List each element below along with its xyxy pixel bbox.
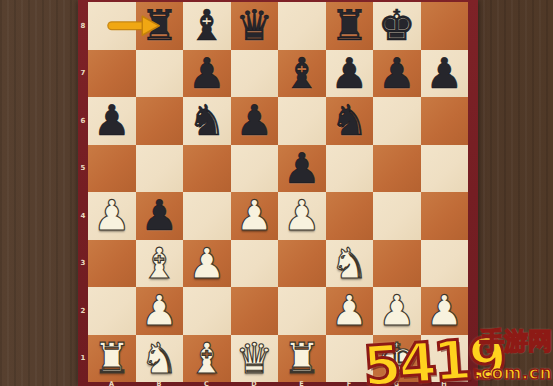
square-f7[interactable]: ♟ xyxy=(326,50,374,98)
piece-white-pawn[interactable]: ♟ xyxy=(188,240,226,287)
file-label-g: G xyxy=(373,380,420,386)
square-e3[interactable] xyxy=(278,240,326,288)
square-h4[interactable] xyxy=(421,192,469,240)
square-b5[interactable] xyxy=(136,145,184,193)
square-e8[interactable] xyxy=(278,2,326,50)
square-f4[interactable] xyxy=(326,192,374,240)
piece-black-pawn[interactable]: ♟ xyxy=(235,97,273,144)
square-e2[interactable] xyxy=(278,287,326,335)
file-label-c: C xyxy=(183,380,230,386)
square-f1[interactable] xyxy=(326,335,374,383)
file-label-f: F xyxy=(326,380,373,386)
rank-label-8: 8 xyxy=(78,22,88,30)
watermark-domain-text: .com.cn xyxy=(474,363,552,383)
square-c5[interactable] xyxy=(183,145,231,193)
chess-game-screenshot: ♜♝♛♜♚♟♝♟♟♟♟♞♟♞♟♟♟♟♟♝♟♞♟♟♟♟♜♞♝♛♜♚ 8765432… xyxy=(0,0,553,386)
piece-white-king[interactable]: ♚ xyxy=(378,335,416,382)
piece-white-pawn[interactable]: ♟ xyxy=(283,192,321,239)
piece-black-bishop[interactable]: ♝ xyxy=(188,2,226,49)
piece-black-rook[interactable]: ♜ xyxy=(330,2,368,49)
square-e5[interactable]: ♟ xyxy=(278,145,326,193)
square-h5[interactable] xyxy=(421,145,469,193)
file-label-d: D xyxy=(231,380,278,386)
square-a1[interactable]: ♜ xyxy=(88,335,136,383)
square-c3[interactable]: ♟ xyxy=(183,240,231,288)
file-label-b: B xyxy=(136,380,183,386)
rank-label-2: 2 xyxy=(78,307,88,315)
square-g3[interactable] xyxy=(373,240,421,288)
square-b4[interactable]: ♟ xyxy=(136,192,184,240)
piece-black-pawn[interactable]: ♟ xyxy=(378,50,416,97)
square-e7[interactable]: ♝ xyxy=(278,50,326,98)
square-g1[interactable]: ♚ xyxy=(373,335,421,383)
piece-white-queen[interactable]: ♛ xyxy=(235,335,273,382)
square-f6[interactable]: ♞ xyxy=(326,97,374,145)
square-c6[interactable]: ♞ xyxy=(183,97,231,145)
square-d5[interactable] xyxy=(231,145,279,193)
square-c4[interactable] xyxy=(183,192,231,240)
square-d1[interactable]: ♛ xyxy=(231,335,279,383)
square-h7[interactable]: ♟ xyxy=(421,50,469,98)
file-label-e: E xyxy=(278,380,325,386)
square-h6[interactable] xyxy=(421,97,469,145)
piece-black-king[interactable]: ♚ xyxy=(378,2,416,49)
square-c7[interactable]: ♟ xyxy=(183,50,231,98)
file-label-h: H xyxy=(421,380,468,386)
square-b7[interactable] xyxy=(136,50,184,98)
piece-white-pawn[interactable]: ♟ xyxy=(140,287,178,334)
square-b1[interactable]: ♞ xyxy=(136,335,184,383)
square-c1[interactable]: ♝ xyxy=(183,335,231,383)
file-label-a: A xyxy=(88,380,135,386)
square-g6[interactable] xyxy=(373,97,421,145)
piece-white-pawn[interactable]: ♟ xyxy=(378,287,416,334)
square-d3[interactable] xyxy=(231,240,279,288)
rank-label-4: 4 xyxy=(78,212,88,220)
square-g5[interactable] xyxy=(373,145,421,193)
square-g8[interactable]: ♚ xyxy=(373,2,421,50)
square-e6[interactable] xyxy=(278,97,326,145)
square-f5[interactable] xyxy=(326,145,374,193)
square-h3[interactable] xyxy=(421,240,469,288)
piece-black-pawn[interactable]: ♟ xyxy=(188,50,226,97)
piece-black-pawn[interactable]: ♟ xyxy=(140,192,178,239)
square-h2[interactable]: ♟ xyxy=(421,287,469,335)
square-e4[interactable]: ♟ xyxy=(278,192,326,240)
piece-white-bishop[interactable]: ♝ xyxy=(188,335,226,382)
rank-label-7: 7 xyxy=(78,69,88,77)
piece-black-pawn[interactable]: ♟ xyxy=(283,145,321,192)
piece-black-queen[interactable]: ♛ xyxy=(235,2,273,49)
piece-white-knight[interactable]: ♞ xyxy=(140,335,178,382)
rank-label-1: 1 xyxy=(78,354,88,362)
piece-black-knight[interactable]: ♞ xyxy=(188,97,226,144)
piece-white-knight[interactable]: ♞ xyxy=(330,240,368,287)
piece-white-pawn[interactable]: ♟ xyxy=(235,192,273,239)
piece-white-pawn[interactable]: ♟ xyxy=(425,287,463,334)
square-d6[interactable]: ♟ xyxy=(231,97,279,145)
square-a4[interactable]: ♟ xyxy=(88,192,136,240)
square-c8[interactable]: ♝ xyxy=(183,2,231,50)
piece-black-pawn[interactable]: ♟ xyxy=(93,97,131,144)
piece-white-rook[interactable]: ♜ xyxy=(283,335,321,382)
piece-white-rook[interactable]: ♜ xyxy=(93,335,131,382)
piece-white-bishop[interactable]: ♝ xyxy=(140,240,178,287)
piece-black-knight[interactable]: ♞ xyxy=(330,97,368,144)
chess-board[interactable]: ♜♝♛♜♚♟♝♟♟♟♟♞♟♞♟♟♟♟♟♝♟♞♟♟♟♟♜♞♝♛♜♚ xyxy=(88,2,468,382)
square-f8[interactable]: ♜ xyxy=(326,2,374,50)
rank-label-5: 5 xyxy=(78,164,88,172)
piece-black-bishop[interactable]: ♝ xyxy=(283,50,321,97)
piece-white-pawn[interactable]: ♟ xyxy=(93,192,131,239)
piece-black-rook[interactable]: ♜ xyxy=(140,2,178,49)
watermark-cjk-text: 手游网 xyxy=(480,325,552,357)
square-g4[interactable] xyxy=(373,192,421,240)
square-d7[interactable] xyxy=(231,50,279,98)
square-f3[interactable]: ♞ xyxy=(326,240,374,288)
square-d2[interactable] xyxy=(231,287,279,335)
piece-white-pawn[interactable]: ♟ xyxy=(330,287,368,334)
square-a8[interactable] xyxy=(88,2,136,50)
square-a2[interactable] xyxy=(88,287,136,335)
square-a3[interactable] xyxy=(88,240,136,288)
piece-black-pawn[interactable]: ♟ xyxy=(330,50,368,97)
square-a7[interactable] xyxy=(88,50,136,98)
square-g2[interactable]: ♟ xyxy=(373,287,421,335)
square-h8[interactable] xyxy=(421,2,469,50)
square-e1[interactable]: ♜ xyxy=(278,335,326,383)
square-g7[interactable]: ♟ xyxy=(373,50,421,98)
square-d4[interactable]: ♟ xyxy=(231,192,279,240)
square-b8[interactable]: ♜ xyxy=(136,2,184,50)
square-c2[interactable] xyxy=(183,287,231,335)
square-f2[interactable]: ♟ xyxy=(326,287,374,335)
square-h1[interactable] xyxy=(421,335,469,383)
square-d8[interactable]: ♛ xyxy=(231,2,279,50)
square-a5[interactable] xyxy=(88,145,136,193)
rank-label-3: 3 xyxy=(78,259,88,267)
square-b6[interactable] xyxy=(136,97,184,145)
rank-label-6: 6 xyxy=(78,117,88,125)
square-b2[interactable]: ♟ xyxy=(136,287,184,335)
piece-black-pawn[interactable]: ♟ xyxy=(425,50,463,97)
square-a6[interactable]: ♟ xyxy=(88,97,136,145)
square-b3[interactable]: ♝ xyxy=(136,240,184,288)
